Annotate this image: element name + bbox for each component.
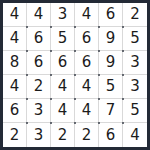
cell-r2c4[interactable]: 6 [75,27,99,51]
cell-r6c3[interactable]: 2 [51,123,75,147]
cell-r1c6[interactable]: 2 [123,3,147,27]
cell-r6c6[interactable]: 4 [123,123,147,147]
cell-r2c3[interactable]: 5 [51,27,75,51]
cell-r2c1[interactable]: 4 [3,27,27,51]
cell-r4c2[interactable]: 2 [27,75,51,99]
cell-r5c3[interactable]: 4 [51,99,75,123]
cell-r2c6[interactable]: 5 [123,27,147,51]
cell-r2c5[interactable]: 9 [99,27,123,51]
cell-r6c5[interactable]: 6 [99,123,123,147]
cell-r5c1[interactable]: 6 [3,99,27,123]
cell-r4c3[interactable]: 4 [51,75,75,99]
cell-r1c1[interactable]: 4 [3,3,27,27]
cell-r3c5[interactable]: 9 [99,51,123,75]
cell-r5c5[interactable]: 7 [99,99,123,123]
cell-r5c4[interactable]: 4 [75,99,99,123]
cell-r2c2[interactable]: 6 [27,27,51,51]
cell-r4c4[interactable]: 4 [75,75,99,99]
cell-r4c6[interactable]: 3 [123,75,147,99]
cell-r1c5[interactable]: 6 [99,3,123,27]
cell-r3c6[interactable]: 3 [123,51,147,75]
cell-r4c5[interactable]: 5 [99,75,123,99]
cell-r1c3[interactable]: 3 [51,3,75,27]
cell-r1c2[interactable]: 4 [27,3,51,27]
hitori-board: 443462465695866693424453634475232264 [0,0,150,150]
cell-r6c1[interactable]: 2 [3,123,27,147]
cell-r3c2[interactable]: 6 [27,51,51,75]
cell-r6c2[interactable]: 3 [27,123,51,147]
cell-r3c4[interactable]: 6 [75,51,99,75]
cell-r5c2[interactable]: 3 [27,99,51,123]
cell-r3c1[interactable]: 8 [3,51,27,75]
cell-r5c6[interactable]: 5 [123,99,147,123]
cell-r4c1[interactable]: 4 [3,75,27,99]
cell-r3c3[interactable]: 6 [51,51,75,75]
cell-r1c4[interactable]: 4 [75,3,99,27]
cell-r6c4[interactable]: 2 [75,123,99,147]
